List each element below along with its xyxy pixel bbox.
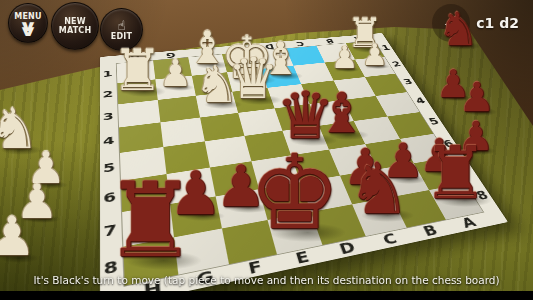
piece-black-P-captured-2[interactable]: ♟ <box>457 77 497 117</box>
piece-white-P-b2[interactable]: ♟ <box>329 43 360 74</box>
menu-button[interactable]: MENU ∨ ∨ <box>8 3 48 43</box>
piece-black-K-e8[interactable]: ♚ <box>243 142 345 244</box>
piece-white-R-h2[interactable]: ♜ <box>109 42 166 99</box>
chevron-down-icon: ∨ <box>18 27 38 35</box>
status-message: It's Black's turn to move (tap piece to … <box>0 274 533 286</box>
new-match-label-line1: NEW <box>64 17 86 26</box>
new-match-button[interactable]: NEW MATCH <box>51 2 99 50</box>
pointing-hand-icon: ☝ <box>118 19 126 32</box>
piece-black-R-h8[interactable]: ♜ <box>99 169 202 273</box>
new-match-label-line2: MATCH <box>59 26 92 35</box>
piece-black-N-captured-0[interactable]: ♞ <box>435 6 481 52</box>
coordinate-label-3: 3 <box>99 110 118 123</box>
bottom-letterbox-bar <box>0 291 533 300</box>
piece-white-P-a2[interactable]: ♟ <box>360 41 390 71</box>
last-move-text: c1 d2 <box>476 15 519 31</box>
app-screen: 1234567812345678HGFEDCBAHGFEDCBA ♜♟♟♝♚♛♝… <box>0 0 533 300</box>
piece-black-R-a8[interactable]: ♜ <box>419 137 492 210</box>
coordinate-label-4: 4 <box>99 134 119 148</box>
piece-white-N-f3[interactable]: ♞ <box>192 60 242 110</box>
piece-black-N-c8[interactable]: ♞ <box>344 154 414 224</box>
piece-white-P-captured-3[interactable]: ♟ <box>0 210 39 264</box>
